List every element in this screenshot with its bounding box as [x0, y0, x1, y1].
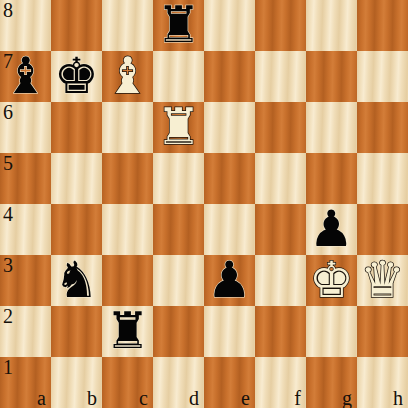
square-c7[interactable]: ♝ — [102, 51, 153, 102]
black-rook[interactable]: ♜ — [102, 306, 153, 357]
square-e5[interactable] — [204, 153, 255, 204]
square-f4[interactable] — [255, 204, 306, 255]
square-a2[interactable]: 2 — [0, 306, 51, 357]
square-g6[interactable] — [306, 102, 357, 153]
square-h8[interactable] — [357, 0, 408, 51]
square-a6[interactable]: 6 — [0, 102, 51, 153]
square-h5[interactable] — [357, 153, 408, 204]
file-label-h: h — [393, 388, 403, 408]
rank-label-6: 6 — [3, 101, 13, 123]
square-g1[interactable]: g — [306, 357, 357, 408]
white-bishop[interactable]: ♝ — [102, 51, 153, 102]
square-d1[interactable]: d — [153, 357, 204, 408]
square-h3[interactable]: ♛ — [357, 255, 408, 306]
square-a5[interactable]: 5 — [0, 153, 51, 204]
square-e8[interactable] — [204, 0, 255, 51]
file-label-c: c — [139, 388, 148, 408]
square-b2[interactable] — [51, 306, 102, 357]
rank-label-5: 5 — [3, 152, 13, 174]
rank-label-1: 1 — [3, 356, 13, 378]
black-pawn[interactable]: ♟ — [306, 204, 357, 255]
square-f6[interactable] — [255, 102, 306, 153]
chess-board: 8♜7♝♚♝6♜54♟3♞♟♚♛2♜1abcdefgh — [0, 0, 408, 408]
square-f2[interactable] — [255, 306, 306, 357]
white-rook[interactable]: ♜ — [153, 102, 204, 153]
square-h1[interactable]: h — [357, 357, 408, 408]
square-c5[interactable] — [102, 153, 153, 204]
black-bishop[interactable]: ♝ — [0, 51, 51, 102]
square-h6[interactable] — [357, 102, 408, 153]
square-d2[interactable] — [153, 306, 204, 357]
black-knight[interactable]: ♞ — [51, 255, 102, 306]
square-b1[interactable]: b — [51, 357, 102, 408]
square-a7[interactable]: 7♝ — [0, 51, 51, 102]
file-label-a: a — [37, 388, 46, 408]
file-label-g: g — [342, 388, 352, 408]
square-a8[interactable]: 8 — [0, 0, 51, 51]
square-d5[interactable] — [153, 153, 204, 204]
square-c3[interactable] — [102, 255, 153, 306]
square-c6[interactable] — [102, 102, 153, 153]
square-d8[interactable]: ♜ — [153, 0, 204, 51]
square-e3[interactable]: ♟ — [204, 255, 255, 306]
square-b8[interactable] — [51, 0, 102, 51]
square-g7[interactable] — [306, 51, 357, 102]
square-c1[interactable]: c — [102, 357, 153, 408]
square-d6[interactable]: ♜ — [153, 102, 204, 153]
rank-label-4: 4 — [3, 203, 13, 225]
square-e6[interactable] — [204, 102, 255, 153]
rank-label-3: 3 — [3, 254, 13, 276]
square-h4[interactable] — [357, 204, 408, 255]
square-a4[interactable]: 4 — [0, 204, 51, 255]
square-g3[interactable]: ♚ — [306, 255, 357, 306]
square-c4[interactable] — [102, 204, 153, 255]
square-a3[interactable]: 3 — [0, 255, 51, 306]
square-d3[interactable] — [153, 255, 204, 306]
square-e2[interactable] — [204, 306, 255, 357]
chess-board-window: 8♜7♝♚♝6♜54♟3♞♟♚♛2♜1abcdefgh — [0, 0, 408, 408]
square-a1[interactable]: 1a — [0, 357, 51, 408]
square-c8[interactable] — [102, 0, 153, 51]
square-e7[interactable] — [204, 51, 255, 102]
file-label-b: b — [87, 388, 97, 408]
square-g5[interactable] — [306, 153, 357, 204]
square-h2[interactable] — [357, 306, 408, 357]
square-f1[interactable]: f — [255, 357, 306, 408]
file-label-e: e — [241, 388, 250, 408]
square-f5[interactable] — [255, 153, 306, 204]
black-pawn[interactable]: ♟ — [204, 255, 255, 306]
square-b3[interactable]: ♞ — [51, 255, 102, 306]
file-label-f: f — [294, 388, 301, 408]
white-queen[interactable]: ♛ — [357, 255, 408, 306]
square-f7[interactable] — [255, 51, 306, 102]
square-f8[interactable] — [255, 0, 306, 51]
square-b7[interactable]: ♚ — [51, 51, 102, 102]
square-b4[interactable] — [51, 204, 102, 255]
white-king[interactable]: ♚ — [306, 255, 357, 306]
square-g4[interactable]: ♟ — [306, 204, 357, 255]
square-g8[interactable] — [306, 0, 357, 51]
black-king[interactable]: ♚ — [51, 51, 102, 102]
square-c2[interactable]: ♜ — [102, 306, 153, 357]
file-label-d: d — [189, 388, 199, 408]
square-g2[interactable] — [306, 306, 357, 357]
square-e4[interactable] — [204, 204, 255, 255]
rank-label-2: 2 — [3, 305, 13, 327]
square-b5[interactable] — [51, 153, 102, 204]
square-d7[interactable] — [153, 51, 204, 102]
square-b6[interactable] — [51, 102, 102, 153]
square-f3[interactable] — [255, 255, 306, 306]
square-e1[interactable]: e — [204, 357, 255, 408]
black-rook[interactable]: ♜ — [153, 0, 204, 51]
square-h7[interactable] — [357, 51, 408, 102]
square-d4[interactable] — [153, 204, 204, 255]
rank-label-8: 8 — [3, 0, 13, 21]
